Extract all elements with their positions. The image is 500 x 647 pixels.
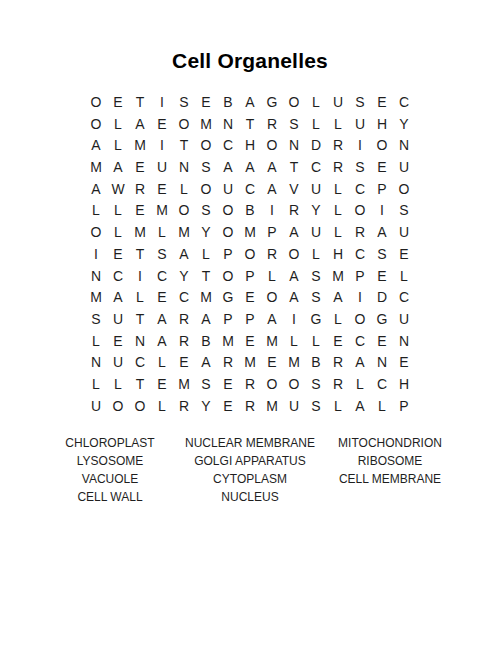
grid-cell-r14c9: O xyxy=(261,373,283,395)
grid-cell-r4c13: S xyxy=(349,156,371,178)
grid-cell-r6c9: I xyxy=(261,200,283,222)
grid-cell-r2c15: Y xyxy=(393,113,415,135)
grid-cell-r8c10: O xyxy=(283,243,305,265)
grid-cell-r6c1: L xyxy=(85,200,107,222)
grid-cell-r4c4: U xyxy=(151,156,173,178)
grid-cell-r13c11: B xyxy=(305,352,327,374)
grid-cell-r6c12: L xyxy=(327,200,349,222)
grid-cell-r13c1: N xyxy=(85,352,107,374)
grid-cell-r4c15: U xyxy=(393,156,415,178)
grid-cell-r11c6: A xyxy=(195,308,217,330)
grid-cell-r7c5: M xyxy=(173,221,195,243)
grid-cell-r8c5: A xyxy=(173,243,195,265)
grid-cell-r1c12: U xyxy=(327,91,349,113)
word-list-item: LYSOSOME xyxy=(77,452,143,470)
grid-cell-r9c13: P xyxy=(349,265,371,287)
grid-cell-r1c6: E xyxy=(195,91,217,113)
grid-cell-r9c4: C xyxy=(151,265,173,287)
grid-cell-r13c6: A xyxy=(195,352,217,374)
grid-cell-r2c10: S xyxy=(283,113,305,135)
grid-cell-r5c2: W xyxy=(107,178,129,200)
grid-cell-r1c11: L xyxy=(305,91,327,113)
grid-cell-r14c5: M xyxy=(173,373,195,395)
grid-cell-r4c6: S xyxy=(195,156,217,178)
word-list-item: GOLGI APPARATUS xyxy=(194,452,306,470)
grid-cell-r3c10: N xyxy=(283,134,305,156)
word-search-page: Cell Organelles OETISEBAGOLUSECOLAEOMNTR… xyxy=(0,0,500,647)
grid-cell-r6c4: M xyxy=(151,200,173,222)
grid-cell-r3c13: I xyxy=(349,134,371,156)
grid-cell-r12c4: A xyxy=(151,330,173,352)
grid-cell-r14c4: E xyxy=(151,373,173,395)
grid-cell-r11c15: U xyxy=(393,308,415,330)
grid-cell-r1c4: I xyxy=(151,91,173,113)
grid-cell-r7c11: U xyxy=(305,221,327,243)
word-list-item: NUCLEUS xyxy=(221,488,278,506)
grid-cell-r8c6: L xyxy=(195,243,217,265)
grid-cell-r10c5: C xyxy=(173,286,195,308)
grid-cell-r1c7: B xyxy=(217,91,239,113)
word-column-3: MITOCHONDRIONRIBOSOMECELL MEMBRANE xyxy=(320,434,460,506)
grid-cell-r9c8: P xyxy=(239,265,261,287)
grid-cell-r8c13: C xyxy=(349,243,371,265)
grid-cell-r10c10: A xyxy=(283,286,305,308)
word-list-item: VACUOLE xyxy=(82,470,138,488)
grid-cell-r1c3: T xyxy=(129,91,151,113)
grid-cell-r12c9: M xyxy=(261,330,283,352)
grid-cell-r7c7: O xyxy=(217,221,239,243)
grid-cell-r13c4: L xyxy=(151,352,173,374)
grid-cell-r12c5: R xyxy=(173,330,195,352)
grid-cell-r3c6: O xyxy=(195,134,217,156)
grid-cell-r8c3: T xyxy=(129,243,151,265)
grid-cell-r1c13: S xyxy=(349,91,371,113)
grid-cell-r12c11: L xyxy=(305,330,327,352)
grid-cell-r13c7: R xyxy=(217,352,239,374)
grid-cell-r15c4: L xyxy=(151,395,173,417)
grid-cell-r11c10: I xyxy=(283,308,305,330)
grid-cell-r2c8: T xyxy=(239,113,261,135)
grid-cell-r2c11: L xyxy=(305,113,327,135)
grid-cell-r13c14: N xyxy=(371,352,393,374)
grid-cell-r7c3: M xyxy=(129,221,151,243)
grid-cell-r13c15: E xyxy=(393,352,415,374)
grid-cell-r5c6: O xyxy=(195,178,217,200)
grid-cell-r6c2: L xyxy=(107,200,129,222)
grid-cell-r10c8: E xyxy=(239,286,261,308)
grid-cell-r3c12: R xyxy=(327,134,349,156)
grid-cell-r10c9: O xyxy=(261,286,283,308)
grid-cell-r4c7: A xyxy=(217,156,239,178)
grid-cell-r6c8: B xyxy=(239,200,261,222)
grid-cell-r13c12: R xyxy=(327,352,349,374)
grid-cell-r2c2: L xyxy=(107,113,129,135)
grid-cell-r6c13: O xyxy=(349,200,371,222)
grid-cell-r3c9: O xyxy=(261,134,283,156)
grid-cell-r15c15: P xyxy=(393,395,415,417)
grid-cell-r14c12: R xyxy=(327,373,349,395)
grid-cell-r14c2: L xyxy=(107,373,129,395)
grid-cell-r10c12: A xyxy=(327,286,349,308)
grid-cell-r5c10: V xyxy=(283,178,305,200)
word-list-item: RIBOSOME xyxy=(358,452,423,470)
grid-cell-r7c1: O xyxy=(85,221,107,243)
grid-cell-r3c15: N xyxy=(393,134,415,156)
grid-cell-r15c14: L xyxy=(371,395,393,417)
word-list-item: NUCLEAR MEMBRANE xyxy=(185,434,315,452)
grid-cell-r2c4: E xyxy=(151,113,173,135)
grid-cell-r9c5: Y xyxy=(173,265,195,287)
grid-cell-r10c13: I xyxy=(349,286,371,308)
grid-cell-r10c14: D xyxy=(371,286,393,308)
grid-cell-r11c12: L xyxy=(327,308,349,330)
grid-cell-r4c12: R xyxy=(327,156,349,178)
grid-cell-r9c7: O xyxy=(217,265,239,287)
grid-cell-r9c6: T xyxy=(195,265,217,287)
grid-cell-r10c4: E xyxy=(151,286,173,308)
grid-cell-r4c3: E xyxy=(129,156,151,178)
grid-cell-r4c8: A xyxy=(239,156,261,178)
grid-cell-r11c14: G xyxy=(371,308,393,330)
grid-cell-r8c2: E xyxy=(107,243,129,265)
grid-cell-r15c9: M xyxy=(261,395,283,417)
grid-cell-r7c9: P xyxy=(261,221,283,243)
grid-cell-r4c11: C xyxy=(305,156,327,178)
grid-cell-r9c2: C xyxy=(107,265,129,287)
grid-cell-r9c3: I xyxy=(129,265,151,287)
grid-cell-r14c10: O xyxy=(283,373,305,395)
word-list-item: CYTOPLASM xyxy=(213,470,287,488)
grid-cell-r15c11: S xyxy=(305,395,327,417)
grid-cell-r6c15: S xyxy=(393,200,415,222)
grid-cell-r10c7: G xyxy=(217,286,239,308)
grid-cell-r13c9: E xyxy=(261,352,283,374)
grid-cell-r14c3: T xyxy=(129,373,151,395)
grid-cell-r3c14: O xyxy=(371,134,393,156)
grid-cell-r4c10: T xyxy=(283,156,305,178)
grid-cell-r5c3: R xyxy=(129,178,151,200)
grid-cell-r3c2: L xyxy=(107,134,129,156)
grid-cell-r2c3: A xyxy=(129,113,151,135)
grid-cell-r5c15: O xyxy=(393,178,415,200)
letter-grid: OETISEBAGOLUSECOLAEOMNTRSLLUHYALMITOCHON… xyxy=(85,91,415,417)
grid-cell-r1c1: O xyxy=(85,91,107,113)
grid-cell-r12c8: E xyxy=(239,330,261,352)
grid-cell-r14c15: H xyxy=(393,373,415,395)
grid-cell-r9c9: L xyxy=(261,265,283,287)
grid-cell-r12c15: N xyxy=(393,330,415,352)
grid-cell-r7c4: L xyxy=(151,221,173,243)
grid-cell-r2c1: O xyxy=(85,113,107,135)
grid-cell-r8c7: P xyxy=(217,243,239,265)
grid-cell-r8c15: E xyxy=(393,243,415,265)
grid-cell-r5c13: C xyxy=(349,178,371,200)
grid-cell-r8c8: O xyxy=(239,243,261,265)
grid-cell-r15c1: U xyxy=(85,395,107,417)
grid-cell-r1c9: G xyxy=(261,91,283,113)
grid-cell-r9c1: N xyxy=(85,265,107,287)
grid-cell-r8c4: S xyxy=(151,243,173,265)
grid-cell-r14c1: L xyxy=(85,373,107,395)
grid-cell-r7c13: R xyxy=(349,221,371,243)
grid-cell-r5c4: E xyxy=(151,178,173,200)
word-list: CHLOROPLASTLYSOSOMEVACUOLECELL WALL NUCL… xyxy=(0,434,500,506)
grid-cell-r3c7: C xyxy=(217,134,239,156)
grid-cell-r2c7: N xyxy=(217,113,239,135)
grid-cell-r6c5: O xyxy=(173,200,195,222)
grid-cell-r1c14: E xyxy=(371,91,393,113)
grid-cell-r11c2: U xyxy=(107,308,129,330)
grid-cell-r11c3: T xyxy=(129,308,151,330)
grid-cell-r4c14: E xyxy=(371,156,393,178)
grid-cell-r2c14: H xyxy=(371,113,393,135)
grid-cell-r7c2: L xyxy=(107,221,129,243)
grid-cell-r1c2: E xyxy=(107,91,129,113)
grid-cell-r3c3: M xyxy=(129,134,151,156)
grid-cell-r9c11: S xyxy=(305,265,327,287)
grid-cell-r15c8: R xyxy=(239,395,261,417)
grid-cell-r6c7: O xyxy=(217,200,239,222)
grid-cell-r8c11: L xyxy=(305,243,327,265)
grid-cell-r10c15: C xyxy=(393,286,415,308)
grid-cell-r7c6: Y xyxy=(195,221,217,243)
grid-cell-r3c5: T xyxy=(173,134,195,156)
word-column-2: NUCLEAR MEMBRANEGOLGI APPARATUSCYTOPLASM… xyxy=(180,434,320,506)
grid-cell-r11c1: S xyxy=(85,308,107,330)
grid-cell-r14c11: S xyxy=(305,373,327,395)
grid-cell-r10c1: M xyxy=(85,286,107,308)
grid-cell-r4c5: N xyxy=(173,156,195,178)
word-list-item: CELL WALL xyxy=(77,488,142,506)
grid-cell-r11c5: R xyxy=(173,308,195,330)
grid-cell-r1c8: A xyxy=(239,91,261,113)
grid-cell-r13c13: A xyxy=(349,352,371,374)
grid-cell-r6c11: Y xyxy=(305,200,327,222)
grid-cell-r2c13: U xyxy=(349,113,371,135)
grid-cell-r4c9: A xyxy=(261,156,283,178)
grid-cell-r8c14: S xyxy=(371,243,393,265)
grid-cell-r8c1: I xyxy=(85,243,107,265)
grid-cell-r9c10: A xyxy=(283,265,305,287)
grid-cell-r9c12: M xyxy=(327,265,349,287)
grid-cell-r13c8: M xyxy=(239,352,261,374)
grid-cell-r2c9: R xyxy=(261,113,283,135)
grid-cell-r13c2: U xyxy=(107,352,129,374)
grid-cell-r7c14: A xyxy=(371,221,393,243)
grid-cell-r5c9: A xyxy=(261,178,283,200)
word-list-item: CHLOROPLAST xyxy=(65,434,154,452)
grid-cell-r5c7: U xyxy=(217,178,239,200)
grid-cell-r15c13: A xyxy=(349,395,371,417)
grid-cell-r11c7: P xyxy=(217,308,239,330)
grid-cell-r15c5: R xyxy=(173,395,195,417)
grid-cell-r15c7: E xyxy=(217,395,239,417)
grid-cell-r15c6: Y xyxy=(195,395,217,417)
grid-cell-r3c4: I xyxy=(151,134,173,156)
grid-cell-r11c4: A xyxy=(151,308,173,330)
grid-cell-r9c15: L xyxy=(393,265,415,287)
grid-cell-r12c10: L xyxy=(283,330,305,352)
grid-cell-r14c13: L xyxy=(349,373,371,395)
grid-cell-r4c1: M xyxy=(85,156,107,178)
grid-cell-r7c15: U xyxy=(393,221,415,243)
grid-cell-r1c5: S xyxy=(173,91,195,113)
grid-cell-r4c2: A xyxy=(107,156,129,178)
grid-cell-r7c12: L xyxy=(327,221,349,243)
grid-cell-r6c10: R xyxy=(283,200,305,222)
grid-cell-r3c8: H xyxy=(239,134,261,156)
grid-cell-r6c14: I xyxy=(371,200,393,222)
grid-cell-r5c1: A xyxy=(85,178,107,200)
grid-cell-r3c1: A xyxy=(85,134,107,156)
word-list-item: MITOCHONDRION xyxy=(338,434,442,452)
grid-cell-r5c12: L xyxy=(327,178,349,200)
grid-cell-r14c6: S xyxy=(195,373,217,395)
grid-cell-r13c5: E xyxy=(173,352,195,374)
puzzle-title: Cell Organelles xyxy=(0,0,500,73)
grid-cell-r15c10: U xyxy=(283,395,305,417)
grid-cell-r11c11: G xyxy=(305,308,327,330)
grid-cell-r1c10: O xyxy=(283,91,305,113)
grid-cell-r11c8: P xyxy=(239,308,261,330)
grid-cell-r5c14: P xyxy=(371,178,393,200)
grid-cell-r7c8: M xyxy=(239,221,261,243)
grid-cell-r12c3: N xyxy=(129,330,151,352)
grid-cell-r11c13: O xyxy=(349,308,371,330)
grid-cell-r3c11: D xyxy=(305,134,327,156)
grid-cell-r12c7: M xyxy=(217,330,239,352)
grid-cell-r12c12: E xyxy=(327,330,349,352)
grid-cell-r12c2: E xyxy=(107,330,129,352)
grid-cell-r14c8: R xyxy=(239,373,261,395)
grid-cell-r14c14: C xyxy=(371,373,393,395)
grid-cell-r12c6: B xyxy=(195,330,217,352)
grid-cell-r15c3: O xyxy=(129,395,151,417)
grid-cell-r9c14: E xyxy=(371,265,393,287)
grid-cell-r10c3: L xyxy=(129,286,151,308)
grid-cell-r15c12: L xyxy=(327,395,349,417)
grid-cell-r14c7: E xyxy=(217,373,239,395)
grid-cell-r8c9: R xyxy=(261,243,283,265)
grid-cell-r5c5: L xyxy=(173,178,195,200)
grid-cell-r10c2: A xyxy=(107,286,129,308)
grid-cell-r2c6: M xyxy=(195,113,217,135)
grid-cell-r10c6: M xyxy=(195,286,217,308)
grid-cell-r7c10: A xyxy=(283,221,305,243)
grid-cell-r6c3: E xyxy=(129,200,151,222)
grid-cell-r12c14: E xyxy=(371,330,393,352)
word-list-item: CELL MEMBRANE xyxy=(339,470,441,488)
word-column-1: CHLOROPLASTLYSOSOMEVACUOLECELL WALL xyxy=(40,434,180,506)
grid-cell-r5c8: C xyxy=(239,178,261,200)
grid-cell-r13c10: M xyxy=(283,352,305,374)
grid-cell-r11c9: A xyxy=(261,308,283,330)
grid-cell-r12c1: L xyxy=(85,330,107,352)
grid-cell-r13c3: C xyxy=(129,352,151,374)
grid-cell-r15c2: O xyxy=(107,395,129,417)
grid-cell-r2c12: L xyxy=(327,113,349,135)
grid-cell-r1c15: C xyxy=(393,91,415,113)
grid-cell-r8c12: H xyxy=(327,243,349,265)
grid-cell-r2c5: O xyxy=(173,113,195,135)
grid-cell-r10c11: S xyxy=(305,286,327,308)
grid-cell-r12c13: C xyxy=(349,330,371,352)
grid-cell-r6c6: S xyxy=(195,200,217,222)
grid-cell-r5c11: U xyxy=(305,178,327,200)
